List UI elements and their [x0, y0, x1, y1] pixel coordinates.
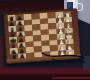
chess-photo-scene: ♜♟♟♜♞♟♟♞♝♟♟♝♛♟♟♛♚♟♟♚♝♟♟♝♞♟♟♞♜♟♟♜: [0, 0, 90, 80]
mug-handle: [77, 3, 83, 11]
tablecloth-maroon-stripe: [0, 67, 90, 74]
tablecloth-red-edge: [52, 77, 90, 79]
black-cable: [38, 48, 88, 66]
tablecloth-left-fold: [0, 36, 3, 68]
